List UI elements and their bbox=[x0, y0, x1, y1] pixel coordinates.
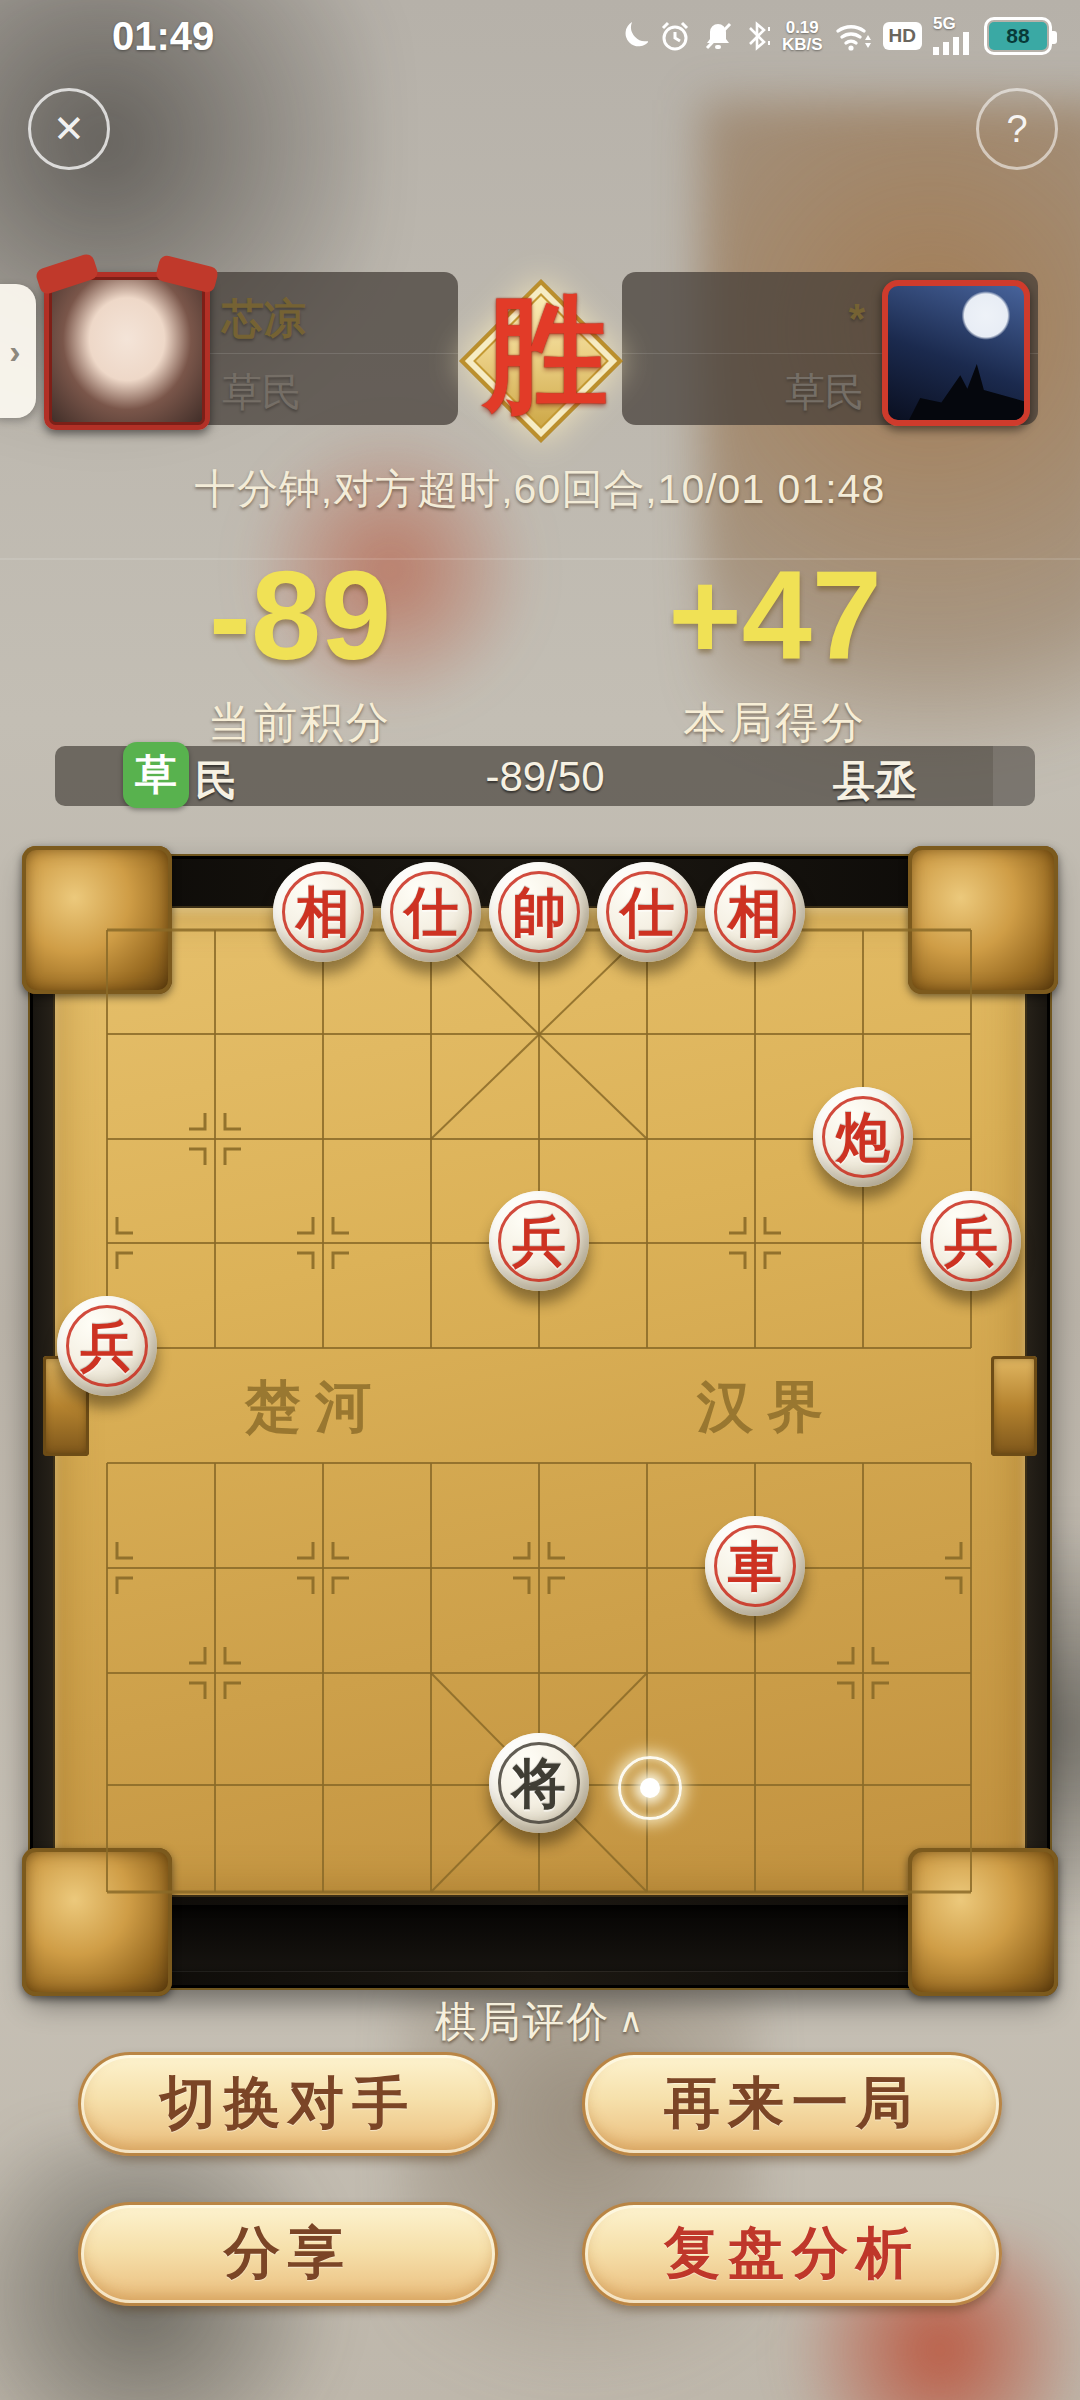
close-icon: ✕ bbox=[53, 107, 85, 151]
evaluation-toggle[interactable]: 棋局评价∧ bbox=[0, 1994, 1080, 2050]
battery-indicator: 88 bbox=[984, 17, 1052, 55]
piece-red-仕[interactable]: 仕 bbox=[597, 862, 697, 962]
close-button[interactable]: ✕ bbox=[28, 88, 110, 170]
bluetooth-icon bbox=[745, 19, 771, 53]
chevron-right-icon: › bbox=[9, 332, 20, 371]
moon-icon bbox=[618, 21, 648, 51]
victory-character: 胜 bbox=[484, 273, 608, 440]
play-again-button[interactable]: 再来一局 bbox=[582, 2052, 1002, 2156]
avatar-left-player[interactable] bbox=[44, 272, 210, 430]
piece-red-相[interactable]: 相 bbox=[273, 862, 373, 962]
piece-character: 車 bbox=[728, 1539, 782, 1593]
battery-level: 88 bbox=[989, 22, 1047, 50]
wifi-icon bbox=[834, 20, 872, 52]
piece-red-兵[interactable]: 兵 bbox=[489, 1191, 589, 1291]
piece-character: 相 bbox=[296, 885, 350, 939]
signal-5g: 5G bbox=[933, 17, 973, 55]
evaluation-label: 棋局评价 bbox=[435, 1998, 611, 2045]
hd-badge: HD bbox=[883, 22, 922, 50]
game-result-screen: 01:49 0.19KB/S HD 5G 88 ✕ ? › 芯凉 bbox=[0, 0, 1080, 2400]
piece-black-将[interactable]: 将 bbox=[489, 1733, 589, 1833]
piece-character: 兵 bbox=[944, 1214, 998, 1268]
current-score-value: -89 bbox=[140, 552, 460, 680]
chevron-up-icon: ∧ bbox=[619, 2001, 646, 2039]
piece-red-兵[interactable]: 兵 bbox=[57, 1296, 157, 1396]
help-icon: ? bbox=[1006, 108, 1027, 151]
bell-muted-icon bbox=[702, 20, 734, 52]
piece-red-帥[interactable]: 帥 bbox=[489, 862, 589, 962]
piece-red-兵[interactable]: 兵 bbox=[921, 1191, 1021, 1291]
match-info: 十分钟,对方超时,60回合,10/01 01:48 bbox=[0, 462, 1080, 517]
next-rank-label: 县丞 bbox=[833, 753, 917, 809]
avatar-right-player[interactable] bbox=[882, 280, 1030, 426]
network-speed: 0.19KB/S bbox=[782, 19, 823, 53]
piece-character: 炮 bbox=[836, 1110, 890, 1164]
piece-character: 将 bbox=[512, 1756, 566, 1810]
game-score-label: 本局得分 bbox=[615, 694, 935, 752]
victory-badge: 胜 bbox=[459, 279, 623, 443]
current-score-block: -89 当前积分 bbox=[140, 552, 460, 752]
share-button[interactable]: 分享 bbox=[78, 2202, 498, 2306]
piece-character: 兵 bbox=[80, 1319, 134, 1373]
svg-text:汉界: 汉界 bbox=[696, 1375, 837, 1438]
switch-opponent-button[interactable]: 切换对手 bbox=[78, 2052, 498, 2156]
last-move-indicator bbox=[618, 1756, 682, 1820]
signal-bars-icon bbox=[933, 31, 973, 55]
help-button[interactable]: ? bbox=[976, 88, 1058, 170]
piece-red-炮[interactable]: 炮 bbox=[813, 1087, 913, 1187]
status-bar: 01:49 0.19KB/S HD 5G 88 bbox=[0, 0, 1080, 72]
piece-character: 相 bbox=[728, 885, 782, 939]
status-icons: 0.19KB/S HD 5G 88 bbox=[618, 10, 1052, 62]
rank-progress-bar: 草 民 -89/50 县丞 bbox=[55, 746, 1035, 806]
current-score-label: 当前积分 bbox=[140, 694, 460, 752]
alarm-icon bbox=[659, 20, 691, 52]
piece-character: 仕 bbox=[620, 885, 674, 939]
side-drawer-handle[interactable]: › bbox=[0, 284, 36, 418]
piece-red-仕[interactable]: 仕 bbox=[381, 862, 481, 962]
review-analysis-button[interactable]: 复盘分析 bbox=[582, 2202, 1002, 2306]
piece-character: 仕 bbox=[404, 885, 458, 939]
clock-time: 01:49 bbox=[112, 14, 214, 59]
piece-red-車[interactable]: 車 bbox=[705, 1516, 805, 1616]
piece-red-相[interactable]: 相 bbox=[705, 862, 805, 962]
piece-character: 帥 bbox=[512, 885, 566, 939]
captured-piece-tray bbox=[95, 1905, 985, 1971]
game-score-block: +47 本局得分 bbox=[615, 552, 935, 752]
game-score-value: +47 bbox=[615, 552, 935, 680]
svg-text:楚河: 楚河 bbox=[244, 1375, 385, 1438]
battery-nub bbox=[1052, 31, 1057, 44]
piece-character: 兵 bbox=[512, 1214, 566, 1268]
